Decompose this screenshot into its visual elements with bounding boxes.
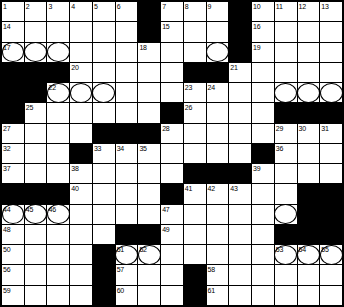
cell-r3c3[interactable] bbox=[47, 43, 69, 62]
clue-number-7: 7 bbox=[162, 2, 166, 11]
cell-r12c12[interactable] bbox=[252, 225, 274, 244]
cell-r1c9[interactable]: 8 bbox=[184, 2, 206, 21]
cell-r5c8[interactable] bbox=[161, 83, 183, 102]
cell-r9c6[interactable] bbox=[116, 164, 138, 183]
black-cell-r8c12 bbox=[252, 144, 274, 163]
clue-number-47: 47 bbox=[162, 205, 169, 214]
cell-r5c6[interactable] bbox=[116, 83, 138, 102]
cell-r3c9[interactable] bbox=[184, 43, 206, 62]
circle-marker bbox=[47, 42, 70, 62]
cell-r1c15[interactable]: 13 bbox=[320, 2, 342, 21]
cell-r9c4[interactable]: 38 bbox=[70, 164, 92, 183]
cell-r5c4[interactable] bbox=[70, 83, 92, 102]
clue-number-38: 38 bbox=[71, 164, 78, 173]
cell-r2c12[interactable]: 16 bbox=[252, 22, 274, 41]
cell-r6c3[interactable] bbox=[47, 103, 69, 122]
clue-number-52: 52 bbox=[139, 245, 146, 254]
circle-marker bbox=[92, 83, 115, 103]
cell-r11c10[interactable] bbox=[207, 205, 229, 224]
black-cell-r15c9 bbox=[184, 286, 206, 305]
cell-r9c7[interactable] bbox=[138, 164, 160, 183]
clue-number-58: 58 bbox=[208, 265, 215, 274]
clue-number-29: 29 bbox=[276, 124, 283, 133]
cell-r3c8[interactable] bbox=[161, 43, 183, 62]
cell-r2c3[interactable] bbox=[47, 22, 69, 41]
cell-r7c15[interactable]: 31 bbox=[320, 124, 342, 143]
cell-r2c8[interactable]: 15 bbox=[161, 22, 183, 41]
cell-r13c14[interactable]: 54 bbox=[298, 245, 320, 264]
clue-number-40: 40 bbox=[71, 184, 78, 193]
crossword-grid: 1234567891011121314151617181920212223242… bbox=[0, 0, 344, 307]
cell-r5c11[interactable] bbox=[229, 83, 251, 102]
cell-r12c2[interactable] bbox=[25, 225, 47, 244]
black-cell-r6c15 bbox=[320, 103, 342, 122]
cell-r13c11[interactable] bbox=[229, 245, 251, 264]
cell-r14c10[interactable]: 58 bbox=[207, 265, 229, 284]
clue-number-61: 61 bbox=[208, 286, 215, 295]
clue-number-33: 33 bbox=[94, 144, 101, 153]
cell-r9c2[interactable] bbox=[25, 164, 47, 183]
clue-number-49: 49 bbox=[162, 225, 169, 234]
clue-number-14: 14 bbox=[3, 22, 10, 31]
cell-r1c4[interactable]: 4 bbox=[70, 2, 92, 21]
cell-r3c14[interactable] bbox=[298, 43, 320, 62]
black-cell-r9c10 bbox=[207, 164, 229, 183]
clue-number-4: 4 bbox=[71, 2, 75, 11]
black-cell-r4c3 bbox=[47, 63, 69, 82]
clue-number-32: 32 bbox=[3, 144, 10, 153]
black-cell-r12c7 bbox=[138, 225, 160, 244]
cell-r14c12[interactable] bbox=[252, 265, 274, 284]
clue-number-45: 45 bbox=[26, 205, 33, 214]
cell-r4c12[interactable] bbox=[252, 63, 274, 82]
cell-r7c12[interactable] bbox=[252, 124, 274, 143]
clue-number-9: 9 bbox=[208, 2, 212, 11]
cell-r8c9[interactable] bbox=[184, 144, 206, 163]
cell-r1c13[interactable]: 11 bbox=[275, 2, 297, 21]
cell-r2c6[interactable] bbox=[116, 22, 138, 41]
clue-number-15: 15 bbox=[162, 22, 169, 31]
black-cell-r13c5 bbox=[93, 245, 115, 264]
clue-number-23: 23 bbox=[185, 83, 192, 92]
clue-number-28: 28 bbox=[162, 124, 169, 133]
cell-r15c3[interactable] bbox=[47, 286, 69, 305]
cell-r14c7[interactable] bbox=[138, 265, 160, 284]
cell-r11c11[interactable] bbox=[229, 205, 251, 224]
clue-number-11: 11 bbox=[276, 2, 283, 11]
black-cell-r6c13 bbox=[275, 103, 297, 122]
cell-r6c12[interactable] bbox=[252, 103, 274, 122]
black-cell-r10c14 bbox=[298, 184, 320, 203]
cell-r7c3[interactable] bbox=[47, 124, 69, 143]
cell-r3c13[interactable] bbox=[275, 43, 297, 62]
clue-number-59: 59 bbox=[3, 286, 10, 295]
circle-marker bbox=[320, 83, 343, 103]
cell-r15c6[interactable]: 60 bbox=[116, 286, 138, 305]
black-cell-r4c10 bbox=[207, 63, 229, 82]
black-cell-r12c6 bbox=[116, 225, 138, 244]
cell-r13c10[interactable] bbox=[207, 245, 229, 264]
cell-r7c14[interactable]: 30 bbox=[298, 124, 320, 143]
cell-r13c4[interactable] bbox=[70, 245, 92, 264]
black-cell-r11c15 bbox=[320, 205, 342, 224]
cell-r15c14[interactable] bbox=[298, 286, 320, 305]
cell-r14c6[interactable]: 57 bbox=[116, 265, 138, 284]
clue-number-43: 43 bbox=[230, 184, 237, 193]
cell-r2c10[interactable] bbox=[207, 22, 229, 41]
black-cell-r4c2 bbox=[25, 63, 47, 82]
cell-r3c15[interactable] bbox=[320, 43, 342, 62]
cell-r5c10[interactable]: 24 bbox=[207, 83, 229, 102]
black-cell-r1c11 bbox=[229, 2, 251, 21]
black-cell-r7c5 bbox=[93, 124, 115, 143]
cell-r13c8[interactable] bbox=[161, 245, 183, 264]
cell-r10c5[interactable] bbox=[93, 184, 115, 203]
clue-number-57: 57 bbox=[117, 265, 124, 274]
cell-r8c8[interactable] bbox=[161, 144, 183, 163]
cell-r12c9[interactable] bbox=[184, 225, 206, 244]
black-cell-r10c1 bbox=[2, 184, 24, 203]
cell-r11c8[interactable]: 47 bbox=[161, 205, 183, 224]
cell-r13c13[interactable]: 53 bbox=[275, 245, 297, 264]
clue-number-12: 12 bbox=[299, 2, 306, 11]
cell-r10c6[interactable] bbox=[116, 184, 138, 203]
cell-r8c1[interactable]: 32 bbox=[2, 144, 24, 163]
black-cell-r6c1 bbox=[2, 103, 24, 122]
cell-r9c14[interactable] bbox=[298, 164, 320, 183]
cell-r6c5[interactable] bbox=[93, 103, 115, 122]
cell-r8c11[interactable] bbox=[229, 144, 251, 163]
clue-number-31: 31 bbox=[321, 124, 328, 133]
cell-r7c13[interactable]: 29 bbox=[275, 124, 297, 143]
cell-r12c10[interactable] bbox=[207, 225, 229, 244]
cell-r11c6[interactable] bbox=[116, 205, 138, 224]
cell-r2c4[interactable] bbox=[70, 22, 92, 41]
cell-r7c9[interactable] bbox=[184, 124, 206, 143]
cell-r8c14[interactable] bbox=[298, 144, 320, 163]
cell-r14c11[interactable] bbox=[229, 265, 251, 284]
clue-number-39: 39 bbox=[253, 164, 260, 173]
clue-number-53: 53 bbox=[276, 245, 283, 254]
cell-r3c1[interactable]: 17 bbox=[2, 43, 24, 62]
clue-number-48: 48 bbox=[3, 225, 10, 234]
clue-number-27: 27 bbox=[3, 124, 10, 133]
black-cell-r10c2 bbox=[25, 184, 47, 203]
cell-r9c1[interactable]: 37 bbox=[2, 164, 24, 183]
black-cell-r7c6 bbox=[116, 124, 138, 143]
cell-r15c1[interactable]: 59 bbox=[2, 286, 24, 305]
cell-r10c13[interactable] bbox=[275, 184, 297, 203]
cell-r2c2[interactable] bbox=[25, 22, 47, 41]
cell-r5c7[interactable] bbox=[138, 83, 160, 102]
cell-r2c1[interactable]: 14 bbox=[2, 22, 24, 41]
cell-r7c8[interactable]: 28 bbox=[161, 124, 183, 143]
cell-r12c1[interactable]: 48 bbox=[2, 225, 24, 244]
cell-r11c2[interactable]: 45 bbox=[25, 205, 47, 224]
cell-r8c5[interactable]: 33 bbox=[93, 144, 115, 163]
black-cell-r14c5 bbox=[93, 265, 115, 284]
cell-r9c8[interactable] bbox=[161, 164, 183, 183]
cell-r15c8[interactable] bbox=[161, 286, 183, 305]
clue-number-37: 37 bbox=[3, 164, 10, 173]
cell-r5c5[interactable] bbox=[93, 83, 115, 102]
clue-number-24: 24 bbox=[208, 83, 215, 92]
black-cell-r12c15 bbox=[320, 225, 342, 244]
cell-r1c3[interactable]: 3 bbox=[47, 2, 69, 21]
cell-r10c7[interactable] bbox=[138, 184, 160, 203]
cell-r1c12[interactable]: 10 bbox=[252, 2, 274, 21]
clue-number-1: 1 bbox=[3, 2, 7, 11]
cell-r7c10[interactable] bbox=[207, 124, 229, 143]
cell-r11c5[interactable] bbox=[93, 205, 115, 224]
cell-r12c11[interactable] bbox=[229, 225, 251, 244]
cell-r6c6[interactable] bbox=[116, 103, 138, 122]
cell-r3c7[interactable]: 18 bbox=[138, 43, 160, 62]
cell-r11c1[interactable]: 44 bbox=[2, 205, 24, 224]
circle-marker bbox=[297, 83, 320, 103]
cell-r5c9[interactable]: 23 bbox=[184, 83, 206, 102]
clue-number-41: 41 bbox=[185, 184, 192, 193]
cell-r3c4[interactable] bbox=[70, 43, 92, 62]
cell-r13c3[interactable] bbox=[47, 245, 69, 264]
cell-r14c14[interactable] bbox=[298, 265, 320, 284]
clue-number-35: 35 bbox=[139, 144, 146, 153]
circle-marker bbox=[274, 83, 297, 103]
cell-r4c7[interactable] bbox=[138, 63, 160, 82]
cell-r9c15[interactable] bbox=[320, 164, 342, 183]
cell-r15c2[interactable] bbox=[25, 286, 47, 305]
circle-marker bbox=[24, 42, 47, 62]
cell-r11c9[interactable] bbox=[184, 205, 206, 224]
clue-number-42: 42 bbox=[208, 184, 215, 193]
black-cell-r9c11 bbox=[229, 164, 251, 183]
circle-marker bbox=[206, 42, 229, 62]
cell-r1c6[interactable]: 6 bbox=[116, 2, 138, 21]
clue-number-30: 30 bbox=[299, 124, 306, 133]
cell-r10c11[interactable]: 43 bbox=[229, 184, 251, 203]
cell-r13c9[interactable] bbox=[184, 245, 206, 264]
cell-r15c12[interactable] bbox=[252, 286, 274, 305]
clue-number-3: 3 bbox=[48, 2, 52, 11]
cell-r13c7[interactable]: 52 bbox=[138, 245, 160, 264]
clue-number-6: 6 bbox=[117, 2, 121, 11]
cell-r13c12[interactable] bbox=[252, 245, 274, 264]
cell-r4c13[interactable] bbox=[275, 63, 297, 82]
cell-r7c11[interactable] bbox=[229, 124, 251, 143]
cell-r5c13[interactable] bbox=[275, 83, 297, 102]
cell-r6c2[interactable]: 25 bbox=[25, 103, 47, 122]
cell-r4c5[interactable] bbox=[93, 63, 115, 82]
cell-r2c13[interactable] bbox=[275, 22, 297, 41]
clue-number-19: 19 bbox=[253, 43, 260, 52]
black-cell-r3c11 bbox=[229, 43, 251, 62]
cell-r14c3[interactable] bbox=[47, 265, 69, 284]
clue-number-25: 25 bbox=[26, 103, 33, 112]
black-cell-r12c14 bbox=[298, 225, 320, 244]
cell-r1c8[interactable]: 7 bbox=[161, 2, 183, 21]
black-cell-r11c14 bbox=[298, 205, 320, 224]
clue-number-51: 51 bbox=[117, 245, 124, 254]
cell-r2c15[interactable] bbox=[320, 22, 342, 41]
black-cell-r9c9 bbox=[184, 164, 206, 183]
cell-r4c14[interactable] bbox=[298, 63, 320, 82]
clue-number-5: 5 bbox=[94, 2, 98, 11]
cell-r15c10[interactable]: 61 bbox=[207, 286, 229, 305]
clue-number-26: 26 bbox=[185, 103, 192, 112]
cell-r3c2[interactable] bbox=[25, 43, 47, 62]
black-cell-r2c11 bbox=[229, 22, 251, 41]
cell-r15c4[interactable] bbox=[70, 286, 92, 305]
cell-r14c1[interactable]: 56 bbox=[2, 265, 24, 284]
cell-r8c13[interactable]: 36 bbox=[275, 144, 297, 163]
cell-r10c12[interactable] bbox=[252, 184, 274, 203]
clue-number-54: 54 bbox=[299, 245, 306, 254]
cell-r4c15[interactable] bbox=[320, 63, 342, 82]
clue-number-20: 20 bbox=[71, 63, 78, 72]
cell-r13c15[interactable]: 55 bbox=[320, 245, 342, 264]
cell-r9c5[interactable] bbox=[93, 164, 115, 183]
black-cell-r2c7 bbox=[138, 22, 160, 41]
cell-r10c9[interactable]: 41 bbox=[184, 184, 206, 203]
cell-r10c10[interactable]: 42 bbox=[207, 184, 229, 203]
cell-r11c13[interactable] bbox=[275, 205, 297, 224]
black-cell-r1c7 bbox=[138, 2, 160, 21]
cell-r2c5[interactable] bbox=[93, 22, 115, 41]
cell-r6c9[interactable]: 26 bbox=[184, 103, 206, 122]
clue-number-18: 18 bbox=[139, 43, 146, 52]
cell-r15c11[interactable] bbox=[229, 286, 251, 305]
cell-r8c2[interactable] bbox=[25, 144, 47, 163]
cell-r4c8[interactable] bbox=[161, 63, 183, 82]
cell-r5c14[interactable] bbox=[298, 83, 320, 102]
cell-r9c12[interactable]: 39 bbox=[252, 164, 274, 183]
cell-r5c3[interactable]: 22 bbox=[47, 83, 69, 102]
cell-r2c14[interactable] bbox=[298, 22, 320, 41]
cell-r14c15[interactable] bbox=[320, 265, 342, 284]
cell-r4c11[interactable]: 21 bbox=[229, 63, 251, 82]
black-cell-r14c9 bbox=[184, 265, 206, 284]
cell-r3c12[interactable]: 19 bbox=[252, 43, 274, 62]
cell-r12c3[interactable] bbox=[47, 225, 69, 244]
black-cell-r10c3 bbox=[47, 184, 69, 203]
black-cell-r4c1 bbox=[2, 63, 24, 82]
cell-r14c4[interactable] bbox=[70, 265, 92, 284]
cell-r11c4[interactable] bbox=[70, 205, 92, 224]
cell-r14c2[interactable] bbox=[25, 265, 47, 284]
cell-r7c1[interactable]: 27 bbox=[2, 124, 24, 143]
cell-r3c10[interactable] bbox=[207, 43, 229, 62]
cell-r13c6[interactable]: 51 bbox=[116, 245, 138, 264]
black-cell-r7c7 bbox=[138, 124, 160, 143]
cell-r11c12[interactable] bbox=[252, 205, 274, 224]
clue-number-60: 60 bbox=[117, 286, 124, 295]
clue-number-21: 21 bbox=[230, 63, 237, 72]
cell-r15c7[interactable] bbox=[138, 286, 160, 305]
cell-r14c8[interactable] bbox=[161, 265, 183, 284]
cell-r6c4[interactable] bbox=[70, 103, 92, 122]
cell-r1c14[interactable]: 12 bbox=[298, 2, 320, 21]
black-cell-r4c9 bbox=[184, 63, 206, 82]
clue-number-8: 8 bbox=[185, 2, 189, 11]
cell-r6c7[interactable] bbox=[138, 103, 160, 122]
cell-r6c11[interactable] bbox=[229, 103, 251, 122]
cell-r8c3[interactable] bbox=[47, 144, 69, 163]
clue-number-50: 50 bbox=[3, 245, 10, 254]
cell-r8c15[interactable] bbox=[320, 144, 342, 163]
cell-r8c10[interactable] bbox=[207, 144, 229, 163]
cell-r12c4[interactable] bbox=[70, 225, 92, 244]
cell-r15c13[interactable] bbox=[275, 286, 297, 305]
cell-r4c6[interactable] bbox=[116, 63, 138, 82]
clue-number-16: 16 bbox=[253, 22, 260, 31]
cell-r15c15[interactable] bbox=[320, 286, 342, 305]
cell-r1c2[interactable]: 2 bbox=[25, 2, 47, 21]
cell-r8c7[interactable]: 35 bbox=[138, 144, 160, 163]
cell-r8c6[interactable]: 34 bbox=[116, 144, 138, 163]
black-cell-r8c4 bbox=[70, 144, 92, 163]
cell-r14c13[interactable] bbox=[275, 265, 297, 284]
clue-number-36: 36 bbox=[276, 144, 283, 153]
black-cell-r10c8 bbox=[161, 184, 183, 203]
cell-r1c10[interactable]: 9 bbox=[207, 2, 229, 21]
clue-number-34: 34 bbox=[117, 144, 124, 153]
clue-number-46: 46 bbox=[48, 205, 55, 214]
cell-r1c1[interactable]: 1 bbox=[2, 2, 24, 21]
cell-r9c13[interactable] bbox=[275, 164, 297, 183]
black-cell-r5c2 bbox=[25, 83, 47, 102]
cell-r13c2[interactable] bbox=[25, 245, 47, 264]
black-cell-r6c14 bbox=[298, 103, 320, 122]
circle-marker bbox=[274, 204, 297, 224]
cell-r3c6[interactable] bbox=[116, 43, 138, 62]
cell-r3c5[interactable] bbox=[93, 43, 115, 62]
clue-number-44: 44 bbox=[3, 205, 10, 214]
cell-r7c2[interactable] bbox=[25, 124, 47, 143]
cell-r5c15[interactable] bbox=[320, 83, 342, 102]
clue-number-17: 17 bbox=[3, 43, 10, 52]
cell-r11c7[interactable] bbox=[138, 205, 160, 224]
cell-r5c12[interactable] bbox=[252, 83, 274, 102]
circle-marker bbox=[70, 83, 93, 103]
cell-r4c4[interactable]: 20 bbox=[70, 63, 92, 82]
cell-r11c3[interactable]: 46 bbox=[47, 205, 69, 224]
cell-r7c4[interactable] bbox=[70, 124, 92, 143]
clue-number-10: 10 bbox=[253, 2, 260, 11]
cell-r2c9[interactable] bbox=[184, 22, 206, 41]
clue-number-55: 55 bbox=[321, 245, 328, 254]
cell-r6c10[interactable] bbox=[207, 103, 229, 122]
clue-number-2: 2 bbox=[26, 2, 30, 11]
black-cell-r12c13 bbox=[275, 225, 297, 244]
clue-number-22: 22 bbox=[48, 83, 55, 92]
cell-r12c5[interactable] bbox=[93, 225, 115, 244]
black-cell-r10c15 bbox=[320, 184, 342, 203]
cell-r10c4[interactable]: 40 bbox=[70, 184, 92, 203]
black-cell-r5c1 bbox=[2, 83, 24, 102]
cell-r13c1[interactable]: 50 bbox=[2, 245, 24, 264]
cell-r9c3[interactable] bbox=[47, 164, 69, 183]
cell-r12c8[interactable]: 49 bbox=[161, 225, 183, 244]
clue-number-13: 13 bbox=[321, 2, 328, 11]
cell-r1c5[interactable]: 5 bbox=[93, 2, 115, 21]
black-cell-r6c8 bbox=[161, 103, 183, 122]
clue-number-56: 56 bbox=[3, 265, 10, 274]
black-cell-r15c5 bbox=[93, 286, 115, 305]
